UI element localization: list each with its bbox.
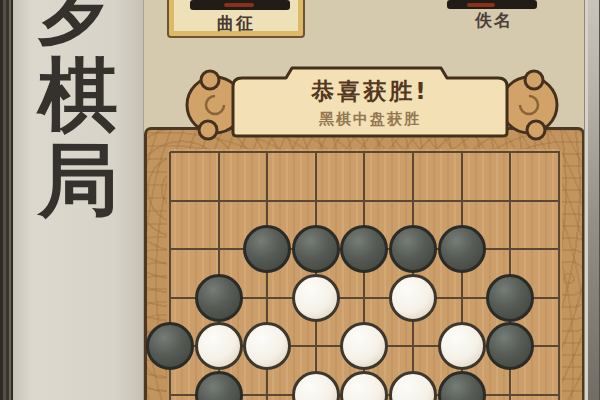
white-stone (389, 274, 437, 322)
white-stone (292, 274, 340, 322)
black-stone (195, 274, 243, 322)
title-scroll: 罗 棋 局 (13, 0, 144, 400)
card-ornament-icon (447, 0, 537, 9)
black-stone (292, 225, 340, 273)
white-stone (389, 371, 437, 400)
black-stone (340, 225, 388, 273)
cloud-right-icon (501, 71, 557, 139)
black-stone (486, 322, 534, 370)
page-edge-shadow (584, 0, 600, 400)
black-stone (195, 371, 243, 400)
banner-title: 恭喜获胜! (233, 76, 507, 107)
black-stone (243, 225, 291, 273)
white-stone (340, 322, 388, 370)
grid-line-vertical (558, 152, 560, 400)
white-stone (243, 322, 291, 370)
black-stone (389, 225, 437, 273)
black-stone (438, 371, 486, 400)
white-stone (292, 371, 340, 400)
black-stone (486, 274, 534, 322)
scroll-title: 罗 棋 局 (13, 0, 143, 224)
scroll-title-char-3: 局 (13, 138, 143, 224)
black-stone (146, 322, 194, 370)
scroll-rod-edge (0, 0, 13, 400)
black-stone (438, 225, 486, 273)
white-stone (340, 371, 388, 400)
game-screen: 罗 棋 局 恭喜获胜! 黑棋中盘获胜 曲征 佚名 (0, 0, 600, 400)
white-stone (438, 322, 486, 370)
grid-line-horizontal (170, 200, 560, 202)
player-name-left: 曲征 (170, 12, 302, 35)
grid-line-horizontal (170, 151, 560, 153)
scroll-title-char-1: 罗 (13, 0, 143, 52)
player-name-right[interactable]: 佚名 (448, 9, 540, 32)
banner-subtitle: 黑棋中盘获胜 (233, 110, 507, 129)
white-stone (195, 322, 243, 370)
card-ornament-icon (190, 0, 290, 10)
board-grid (170, 152, 559, 400)
scroll-title-char-2: 棋 (13, 52, 143, 138)
